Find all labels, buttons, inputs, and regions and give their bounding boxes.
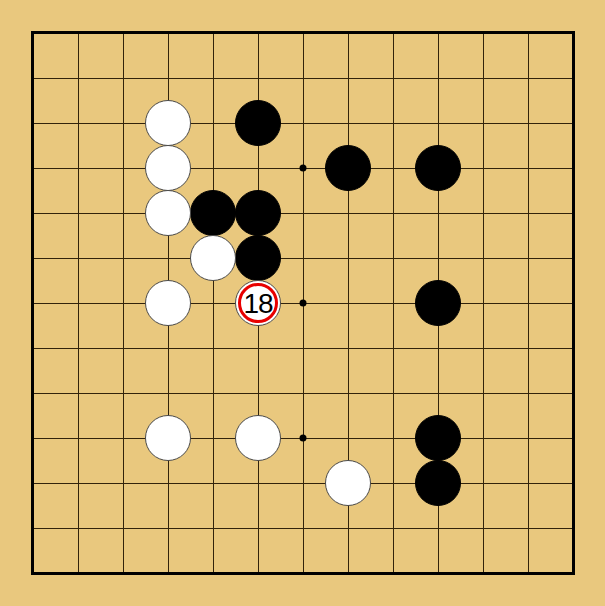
star-point: [300, 300, 307, 307]
stone-black: [235, 100, 281, 146]
stone-black: [235, 235, 281, 281]
stone-black: [415, 415, 461, 461]
stone-white: [235, 415, 281, 461]
stone-white: [145, 190, 191, 236]
stone-black: [190, 190, 236, 236]
stone-black: [235, 190, 281, 236]
star-point: [300, 165, 307, 172]
stone-white: [190, 235, 236, 281]
stone-black: [415, 280, 461, 326]
stone-black: [415, 460, 461, 506]
go-board: 18: [0, 0, 605, 606]
stone-white: [325, 460, 371, 506]
go-diagram-page: 18: [0, 0, 605, 606]
stone-black: [415, 145, 461, 191]
stone-black: [325, 145, 371, 191]
star-point: [300, 435, 307, 442]
stone-white: [145, 280, 191, 326]
move-number-label: 18: [243, 289, 272, 318]
stone-white: [145, 100, 191, 146]
stone-white-move-18: 18: [235, 280, 281, 326]
stone-white: [145, 415, 191, 461]
stone-white: [145, 145, 191, 191]
